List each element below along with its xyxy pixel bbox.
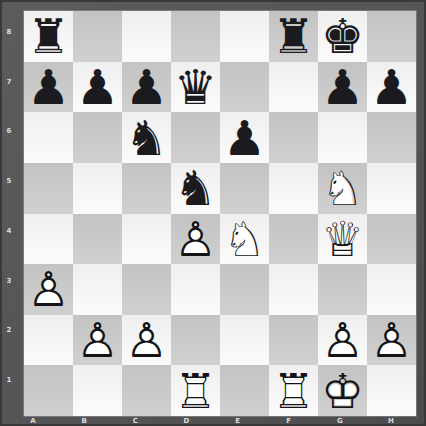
square-e6[interactable]: ♟	[220, 112, 269, 163]
black-pawn-piece[interactable]: ♟	[122, 62, 171, 113]
square-f8[interactable]: ♜	[269, 11, 318, 62]
square-f1[interactable]: ♜♖	[269, 365, 318, 416]
square-c7[interactable]: ♟	[122, 62, 171, 113]
square-e5[interactable]	[220, 163, 269, 214]
white-knight-outline: ♘	[220, 214, 269, 265]
black-knight-piece[interactable]: ♞	[171, 163, 220, 214]
square-c1[interactable]	[122, 365, 171, 416]
square-c8[interactable]	[122, 11, 171, 62]
square-d6[interactable]	[171, 112, 220, 163]
white-pawn-outline: ♙	[318, 315, 367, 366]
square-a6[interactable]	[24, 112, 73, 163]
white-rook-outline: ♖	[269, 365, 318, 416]
square-c3[interactable]	[122, 264, 171, 315]
white-queen-outline: ♕	[318, 214, 367, 265]
file-label-h: H	[388, 416, 394, 426]
square-e4[interactable]: ♞♘	[220, 214, 269, 265]
square-b6[interactable]	[73, 112, 122, 163]
square-c4[interactable]	[122, 214, 171, 265]
square-h8[interactable]	[367, 11, 416, 62]
square-c6[interactable]: ♞	[122, 112, 171, 163]
square-a1[interactable]	[24, 365, 73, 416]
rank-label-7: 7	[2, 78, 16, 85]
square-f3[interactable]	[269, 264, 318, 315]
square-c2[interactable]: ♟♙	[122, 315, 171, 366]
square-h3[interactable]	[367, 264, 416, 315]
square-d2[interactable]	[171, 315, 220, 366]
square-f2[interactable]	[269, 315, 318, 366]
square-h6[interactable]	[367, 112, 416, 163]
square-d8[interactable]	[171, 11, 220, 62]
file-label-g: G	[337, 416, 343, 426]
chess-board: ♜♜♚♟♟♟♛♟♟♞♟♞♞♘♟♙♞♘♛♕♟♙♟♙♟♙♟♙♟♙♜♖♜♖♚♔	[24, 11, 416, 416]
square-d3[interactable]	[171, 264, 220, 315]
black-queen-piece[interactable]: ♛	[171, 62, 220, 113]
square-b4[interactable]	[73, 214, 122, 265]
rank-label-3: 3	[2, 277, 16, 284]
white-knight-outline: ♘	[318, 163, 367, 214]
rank-label-5: 5	[2, 178, 16, 185]
file-label-a: A	[30, 416, 35, 426]
square-f6[interactable]	[269, 112, 318, 163]
square-a2[interactable]	[24, 315, 73, 366]
black-rook-piece[interactable]: ♜	[24, 11, 73, 62]
black-rook-piece[interactable]: ♜	[269, 11, 318, 62]
square-a4[interactable]	[24, 214, 73, 265]
square-a3[interactable]: ♟♙	[24, 264, 73, 315]
square-b5[interactable]	[73, 163, 122, 214]
square-h2[interactable]: ♟♙	[367, 315, 416, 366]
rank-label-1: 1	[2, 376, 16, 383]
square-b1[interactable]	[73, 365, 122, 416]
square-d5[interactable]: ♞	[171, 163, 220, 214]
square-g2[interactable]: ♟♙	[318, 315, 367, 366]
square-g7[interactable]: ♟	[318, 62, 367, 113]
square-h1[interactable]	[367, 365, 416, 416]
square-b7[interactable]: ♟	[73, 62, 122, 113]
file-label-b: B	[81, 416, 86, 426]
black-pawn-piece[interactable]: ♟	[318, 62, 367, 113]
rank-label-4: 4	[2, 227, 16, 234]
square-g3[interactable]	[318, 264, 367, 315]
file-label-e: E	[235, 416, 240, 426]
square-a7[interactable]: ♟	[24, 62, 73, 113]
square-e2[interactable]	[220, 315, 269, 366]
file-label-d: D	[184, 416, 190, 426]
square-e3[interactable]	[220, 264, 269, 315]
file-label-f: F	[286, 416, 291, 426]
black-pawn-piece[interactable]: ♟	[73, 62, 122, 113]
white-pawn-outline: ♙	[73, 315, 122, 366]
square-e7[interactable]	[220, 62, 269, 113]
square-f7[interactable]	[269, 62, 318, 113]
rank-label-8: 8	[2, 29, 16, 36]
black-knight-piece[interactable]: ♞	[122, 112, 171, 163]
file-label-c: C	[133, 416, 138, 426]
white-king-outline: ♔	[318, 365, 367, 416]
square-f4[interactable]	[269, 214, 318, 265]
white-pawn-outline: ♙	[24, 264, 73, 315]
black-pawn-piece[interactable]: ♟	[24, 62, 73, 113]
square-d4[interactable]: ♟♙	[171, 214, 220, 265]
rank-label-2: 2	[2, 327, 16, 334]
white-rook-outline: ♖	[171, 365, 220, 416]
square-g6[interactable]	[318, 112, 367, 163]
square-g8[interactable]: ♚	[318, 11, 367, 62]
square-h5[interactable]	[367, 163, 416, 214]
white-pawn-outline: ♙	[171, 214, 220, 265]
black-pawn-piece[interactable]: ♟	[367, 62, 416, 113]
square-d1[interactable]: ♜♖	[171, 365, 220, 416]
chess-board-frame: ♜♜♚♟♟♟♛♟♟♞♟♞♞♘♟♙♞♘♛♕♟♙♟♙♟♙♟♙♟♙♜♖♜♖♚♔ 876…	[0, 0, 426, 426]
square-b3[interactable]	[73, 264, 122, 315]
square-f5[interactable]	[269, 163, 318, 214]
square-h4[interactable]	[367, 214, 416, 265]
square-h7[interactable]: ♟	[367, 62, 416, 113]
rank-label-6: 6	[2, 128, 16, 135]
square-g1[interactable]: ♚♔	[318, 365, 367, 416]
square-g5[interactable]: ♞♘	[318, 163, 367, 214]
square-e8[interactable]	[220, 11, 269, 62]
square-a8[interactable]: ♜	[24, 11, 73, 62]
square-b2[interactable]: ♟♙	[73, 315, 122, 366]
square-b8[interactable]	[73, 11, 122, 62]
black-king-piece[interactable]: ♚	[318, 11, 367, 62]
square-e1[interactable]	[220, 365, 269, 416]
white-pawn-outline: ♙	[122, 315, 171, 366]
square-g4[interactable]: ♛♕	[318, 214, 367, 265]
white-pawn-outline: ♙	[367, 315, 416, 366]
black-pawn-piece[interactable]: ♟	[220, 112, 269, 163]
square-a5[interactable]	[24, 163, 73, 214]
square-d7[interactable]: ♛	[171, 62, 220, 113]
square-c5[interactable]	[122, 163, 171, 214]
